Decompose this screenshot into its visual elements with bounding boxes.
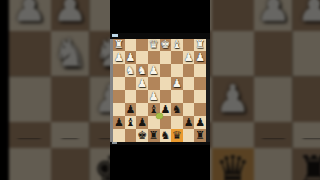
black-pawn-piece[interactable]: ♟ [137,117,147,128]
black-bishop-piece: ♝ [53,138,88,145]
square-f1[interactable]: ♝ [171,39,183,52]
window-body: ♜♛♚♝♜♟♟♟♟♞♞♟♟♟♟♟♝♟♞♟♝♟♟♟♚♜♞♛♜ [110,39,210,142]
square-a8 [9,148,50,180]
square-e5[interactable] [160,90,172,103]
square-a3 [9,30,50,75]
white-pawn-piece: ♟ [12,0,47,27]
black-knight-piece[interactable]: ♞ [160,130,170,141]
square-h8[interactable]: ♜ [194,129,206,142]
square-a3[interactable] [113,64,125,77]
square-a2[interactable]: ♟ [113,51,125,64]
square-e4[interactable] [160,77,172,90]
white-pawn-piece[interactable]: ♟ [149,65,159,76]
white-pawn-piece: ♟ [297,0,320,27]
square-g8 [253,148,294,180]
black-rook-piece[interactable]: ♜ [149,130,159,141]
square-d2[interactable] [148,51,160,64]
letterbox-bottom [110,145,210,180]
white-rook-piece[interactable]: ♜ [195,39,205,50]
square-h1[interactable]: ♜ [194,39,206,52]
chess-app-window: ♜♛♚♝♜♟♟♟♟♞♞♟♟♟♟♟♝♟♞♟♝♟♟♟♚♜♞♛♜ [110,33,210,145]
square-a5[interactable] [113,90,125,103]
black-pawn-piece[interactable]: ♟ [126,104,136,115]
square-e8[interactable]: ♞ [160,129,172,142]
square-e3[interactable] [160,64,172,77]
black-pawn-piece[interactable]: ♟ [114,117,124,128]
square-g3 [253,30,294,75]
square-f3[interactable] [171,64,183,77]
black-pawn-piece: ♟ [12,138,47,145]
square-b1[interactable] [125,39,137,52]
square-a7: ♟ [9,138,50,148]
square-f8: ♛ [212,148,253,180]
square-f4[interactable]: ♟ [171,77,183,90]
square-g5 [253,120,294,138]
square-h4 [294,75,320,120]
square-a2: ♟ [9,0,50,30]
square-b8 [50,148,91,180]
window-status-bar [110,142,210,146]
square-g1[interactable] [183,39,195,52]
square-h3[interactable] [194,64,206,77]
square-a8[interactable] [113,129,125,142]
black-queen-piece: ♛ [216,152,251,180]
square-d3[interactable]: ♟ [148,64,160,77]
square-b7: ♝ [50,138,91,148]
square-f2 [212,0,253,30]
square-f2[interactable] [171,51,183,64]
square-b4[interactable] [125,77,137,90]
black-knight-piece[interactable]: ♞ [172,104,182,115]
square-c6[interactable] [136,103,148,116]
square-b3[interactable]: ♞ [125,64,137,77]
square-d4[interactable] [148,77,160,90]
black-pawn-piece: ♟ [256,138,291,145]
square-d1[interactable]: ♛ [148,39,160,52]
black-rook-piece[interactable]: ♜ [195,130,205,141]
square-h2: ♟ [294,0,320,30]
square-a5 [9,120,50,138]
square-h8: ♜ [294,148,320,180]
square-b2: ♟ [50,0,91,30]
square-g2[interactable]: ♟ [183,51,195,64]
square-g8[interactable] [183,129,195,142]
app-icon [112,34,118,37]
square-c5[interactable] [136,90,148,103]
square-f7 [212,138,253,148]
white-knight-piece[interactable]: ♞ [126,65,136,76]
square-f5[interactable] [171,90,183,103]
video-frame: ♜♛♚♝♜♟♟♟♟♞♞♟♟♟♟♟♝♟♞♟♝♟♟♟♚♜♞♛♜ ♜♛♚♝♜♟♟♟♟♞… [0,0,320,180]
square-e2[interactable] [160,51,172,64]
square-g2: ♟ [253,0,294,30]
white-pawn-piece[interactable]: ♟ [149,91,159,102]
black-rook-piece: ♜ [297,152,320,180]
white-king-piece[interactable]: ♚ [160,39,170,50]
square-g5[interactable] [183,90,195,103]
square-g4[interactable] [183,77,195,90]
square-g4 [253,75,294,120]
black-pawn-piece[interactable]: ♟ [195,117,205,128]
square-g6[interactable] [183,103,195,116]
square-h2[interactable]: ♟ [194,51,206,64]
status-chip [112,142,117,144]
square-a4[interactable] [113,77,125,90]
square-c1[interactable] [136,39,148,52]
square-b6[interactable]: ♟ [125,103,137,116]
square-d8[interactable]: ♜ [148,129,160,142]
square-h3 [294,30,320,75]
window-right-border [206,39,210,142]
square-f8[interactable]: ♛ [171,129,183,142]
white-pawn-piece: ♟ [216,78,251,117]
letterbox-top [110,0,210,33]
square-a7[interactable]: ♟ [113,116,125,129]
square-b4 [50,75,91,120]
chess-board[interactable]: ♜♛♚♝♜♟♟♟♟♞♞♟♟♟♟♟♝♟♞♟♝♟♟♟♚♜♞♛♜ [113,39,206,142]
square-e1[interactable]: ♚ [160,39,172,52]
square-b5[interactable] [125,90,137,103]
black-king-piece[interactable]: ♚ [137,130,147,141]
white-knight-piece[interactable]: ♞ [137,65,147,76]
square-c4[interactable]: ♟ [136,77,148,90]
square-g7[interactable]: ♟ [183,116,195,129]
white-rook-piece[interactable]: ♜ [114,39,124,50]
white-pawn-piece[interactable]: ♟ [172,78,182,89]
square-f4: ♟ [212,75,253,120]
square-h4[interactable] [194,77,206,90]
square-b2[interactable]: ♟ [125,51,137,64]
square-h5[interactable] [194,90,206,103]
square-g3[interactable] [183,64,195,77]
white-queen-piece[interactable]: ♛ [149,39,159,50]
move-indicator-dot [156,113,163,119]
black-bishop-piece[interactable]: ♝ [126,117,136,128]
square-h7[interactable]: ♟ [194,116,206,129]
square-h7: ♟ [294,138,320,148]
square-a6[interactable] [113,103,125,116]
black-queen-piece[interactable]: ♛ [172,130,182,141]
square-f6[interactable]: ♞ [171,103,183,116]
square-b8[interactable] [125,129,137,142]
square-f7[interactable] [171,116,183,129]
square-f3 [212,30,253,75]
square-c3[interactable]: ♞ [136,64,148,77]
square-f5 [212,120,253,138]
square-c2[interactable] [136,51,148,64]
square-c7[interactable]: ♟ [136,116,148,129]
white-pawn-piece[interactable]: ♟ [184,52,194,63]
white-knight-piece: ♞ [53,33,88,72]
white-pawn-piece[interactable]: ♟ [137,78,147,89]
black-pawn-piece: ♟ [297,138,320,145]
square-h5 [294,120,320,138]
square-a1[interactable]: ♜ [113,39,125,52]
square-a4 [9,75,50,120]
square-b3: ♞ [50,30,91,75]
white-pawn-piece[interactable]: ♟ [114,52,124,63]
square-c8[interactable]: ♚ [136,129,148,142]
square-g7: ♟ [253,138,294,148]
square-h6[interactable] [194,103,206,116]
white-bishop-piece[interactable]: ♝ [172,39,182,50]
square-d5[interactable]: ♟ [148,90,160,103]
black-pawn-piece[interactable]: ♟ [184,117,194,128]
white-pawn-piece[interactable]: ♟ [126,52,136,63]
square-b7[interactable]: ♝ [125,116,137,129]
white-pawn-piece: ♟ [256,0,291,27]
square-b5 [50,120,91,138]
foreground-video-column: ♜♛♚♝♜♟♟♟♟♞♞♟♟♟♟♟♝♟♞♟♝♟♟♟♚♜♞♛♜ [110,0,210,180]
white-pawn-piece: ♟ [53,0,88,27]
white-pawn-piece[interactable]: ♟ [195,52,205,63]
